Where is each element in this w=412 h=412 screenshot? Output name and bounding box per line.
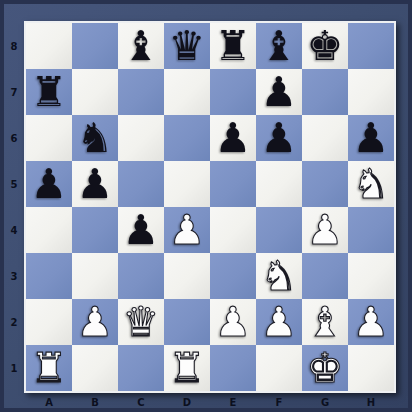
square-h2[interactable]: ♟ bbox=[348, 299, 394, 345]
square-f7[interactable]: ♟ bbox=[256, 69, 302, 115]
rank-label-1: 1 bbox=[4, 345, 24, 391]
file-label-c: C bbox=[118, 394, 164, 412]
piece-black-pawn[interactable]: ♟ bbox=[348, 115, 394, 161]
rank-label-8: 8 bbox=[4, 23, 24, 69]
file-label-e: E bbox=[210, 394, 256, 412]
square-f5[interactable] bbox=[256, 161, 302, 207]
square-c2[interactable]: ♛ bbox=[118, 299, 164, 345]
square-a5[interactable]: ♟ bbox=[26, 161, 72, 207]
square-d6[interactable] bbox=[164, 115, 210, 161]
square-f6[interactable]: ♟ bbox=[256, 115, 302, 161]
piece-black-pawn[interactable]: ♟ bbox=[256, 115, 302, 161]
piece-white-queen[interactable]: ♛ bbox=[118, 299, 164, 345]
piece-black-knight[interactable]: ♞ bbox=[72, 115, 118, 161]
square-a4[interactable] bbox=[26, 207, 72, 253]
piece-white-pawn[interactable]: ♟ bbox=[348, 299, 394, 345]
square-c1[interactable] bbox=[118, 345, 164, 391]
piece-white-rook[interactable]: ♜ bbox=[26, 345, 72, 391]
piece-white-knight[interactable]: ♞ bbox=[348, 161, 394, 207]
rank-label-4: 4 bbox=[4, 207, 24, 253]
square-f3[interactable]: ♞ bbox=[256, 253, 302, 299]
square-e8[interactable]: ♜ bbox=[210, 23, 256, 69]
piece-white-pawn[interactable]: ♟ bbox=[302, 207, 348, 253]
file-label-g: G bbox=[302, 394, 348, 412]
piece-white-king[interactable]: ♚ bbox=[302, 345, 348, 391]
square-b7[interactable] bbox=[72, 69, 118, 115]
rank-label-6: 6 bbox=[4, 115, 24, 161]
square-e5[interactable] bbox=[210, 161, 256, 207]
piece-white-pawn[interactable]: ♟ bbox=[256, 299, 302, 345]
piece-black-pawn[interactable]: ♟ bbox=[256, 69, 302, 115]
square-a1[interactable]: ♜ bbox=[26, 345, 72, 391]
square-b1[interactable] bbox=[72, 345, 118, 391]
square-d5[interactable] bbox=[164, 161, 210, 207]
piece-black-pawn[interactable]: ♟ bbox=[210, 115, 256, 161]
square-a8[interactable] bbox=[26, 23, 72, 69]
square-b6[interactable]: ♞ bbox=[72, 115, 118, 161]
square-g8[interactable]: ♚ bbox=[302, 23, 348, 69]
piece-black-bishop[interactable]: ♝ bbox=[118, 23, 164, 69]
square-h3[interactable] bbox=[348, 253, 394, 299]
piece-black-king[interactable]: ♚ bbox=[302, 23, 348, 69]
square-c7[interactable] bbox=[118, 69, 164, 115]
square-d4[interactable]: ♟ bbox=[164, 207, 210, 253]
square-c3[interactable] bbox=[118, 253, 164, 299]
square-e4[interactable] bbox=[210, 207, 256, 253]
square-b3[interactable] bbox=[72, 253, 118, 299]
square-c5[interactable] bbox=[118, 161, 164, 207]
piece-white-pawn[interactable]: ♟ bbox=[210, 299, 256, 345]
square-b4[interactable] bbox=[72, 207, 118, 253]
square-a7[interactable]: ♜ bbox=[26, 69, 72, 115]
square-f1[interactable] bbox=[256, 345, 302, 391]
square-g6[interactable] bbox=[302, 115, 348, 161]
piece-black-pawn[interactable]: ♟ bbox=[26, 161, 72, 207]
square-g1[interactable]: ♚ bbox=[302, 345, 348, 391]
square-h1[interactable] bbox=[348, 345, 394, 391]
piece-black-bishop[interactable]: ♝ bbox=[256, 23, 302, 69]
square-d2[interactable] bbox=[164, 299, 210, 345]
square-h5[interactable]: ♞ bbox=[348, 161, 394, 207]
square-e6[interactable]: ♟ bbox=[210, 115, 256, 161]
square-b8[interactable] bbox=[72, 23, 118, 69]
rank-label-5: 5 bbox=[4, 161, 24, 207]
rank-labels: 87654321 bbox=[4, 23, 24, 391]
piece-white-knight[interactable]: ♞ bbox=[256, 253, 302, 299]
piece-black-pawn[interactable]: ♟ bbox=[118, 207, 164, 253]
square-e7[interactable] bbox=[210, 69, 256, 115]
piece-black-rook[interactable]: ♜ bbox=[210, 23, 256, 69]
piece-black-pawn[interactable]: ♟ bbox=[72, 161, 118, 207]
file-label-a: A bbox=[26, 394, 72, 412]
square-c6[interactable] bbox=[118, 115, 164, 161]
square-g3[interactable] bbox=[302, 253, 348, 299]
square-d7[interactable] bbox=[164, 69, 210, 115]
square-a6[interactable] bbox=[26, 115, 72, 161]
rank-label-2: 2 bbox=[4, 299, 24, 345]
piece-white-bishop[interactable]: ♝ bbox=[302, 299, 348, 345]
piece-white-pawn[interactable]: ♟ bbox=[164, 207, 210, 253]
square-h8[interactable] bbox=[348, 23, 394, 69]
file-label-f: F bbox=[256, 394, 302, 412]
square-a3[interactable] bbox=[26, 253, 72, 299]
square-c4[interactable]: ♟ bbox=[118, 207, 164, 253]
square-e1[interactable] bbox=[210, 345, 256, 391]
file-label-h: H bbox=[348, 394, 394, 412]
square-b2[interactable]: ♟ bbox=[72, 299, 118, 345]
piece-black-queen[interactable]: ♛ bbox=[164, 23, 210, 69]
square-h4[interactable] bbox=[348, 207, 394, 253]
file-label-b: B bbox=[72, 394, 118, 412]
square-d8[interactable]: ♛ bbox=[164, 23, 210, 69]
square-e3[interactable] bbox=[210, 253, 256, 299]
piece-black-rook[interactable]: ♜ bbox=[26, 69, 72, 115]
square-h7[interactable] bbox=[348, 69, 394, 115]
chess-board: ♝♛♜♝♚♜♟♞♟♟♟♟♟♞♟♟♟♞♟♛♟♟♝♟♜♜♚ bbox=[24, 21, 396, 393]
board-frame: ♝♛♜♝♚♜♟♞♟♟♟♟♟♞♟♟♟♞♟♛♟♟♝♟♜♜♚ 87654321 ABC… bbox=[0, 0, 412, 412]
rank-label-3: 3 bbox=[4, 253, 24, 299]
square-f8[interactable]: ♝ bbox=[256, 23, 302, 69]
square-c8[interactable]: ♝ bbox=[118, 23, 164, 69]
square-a2[interactable] bbox=[26, 299, 72, 345]
piece-white-pawn[interactable]: ♟ bbox=[72, 299, 118, 345]
square-g4[interactable]: ♟ bbox=[302, 207, 348, 253]
square-g2[interactable]: ♝ bbox=[302, 299, 348, 345]
square-g5[interactable] bbox=[302, 161, 348, 207]
square-f4[interactable] bbox=[256, 207, 302, 253]
rank-label-7: 7 bbox=[4, 69, 24, 115]
piece-white-rook[interactable]: ♜ bbox=[164, 345, 210, 391]
square-b5[interactable]: ♟ bbox=[72, 161, 118, 207]
square-d3[interactable] bbox=[164, 253, 210, 299]
file-label-d: D bbox=[164, 394, 210, 412]
square-e2[interactable]: ♟ bbox=[210, 299, 256, 345]
file-labels: ABCDEFGH bbox=[26, 394, 394, 412]
square-g7[interactable] bbox=[302, 69, 348, 115]
square-h6[interactable]: ♟ bbox=[348, 115, 394, 161]
square-f2[interactable]: ♟ bbox=[256, 299, 302, 345]
square-d1[interactable]: ♜ bbox=[164, 345, 210, 391]
